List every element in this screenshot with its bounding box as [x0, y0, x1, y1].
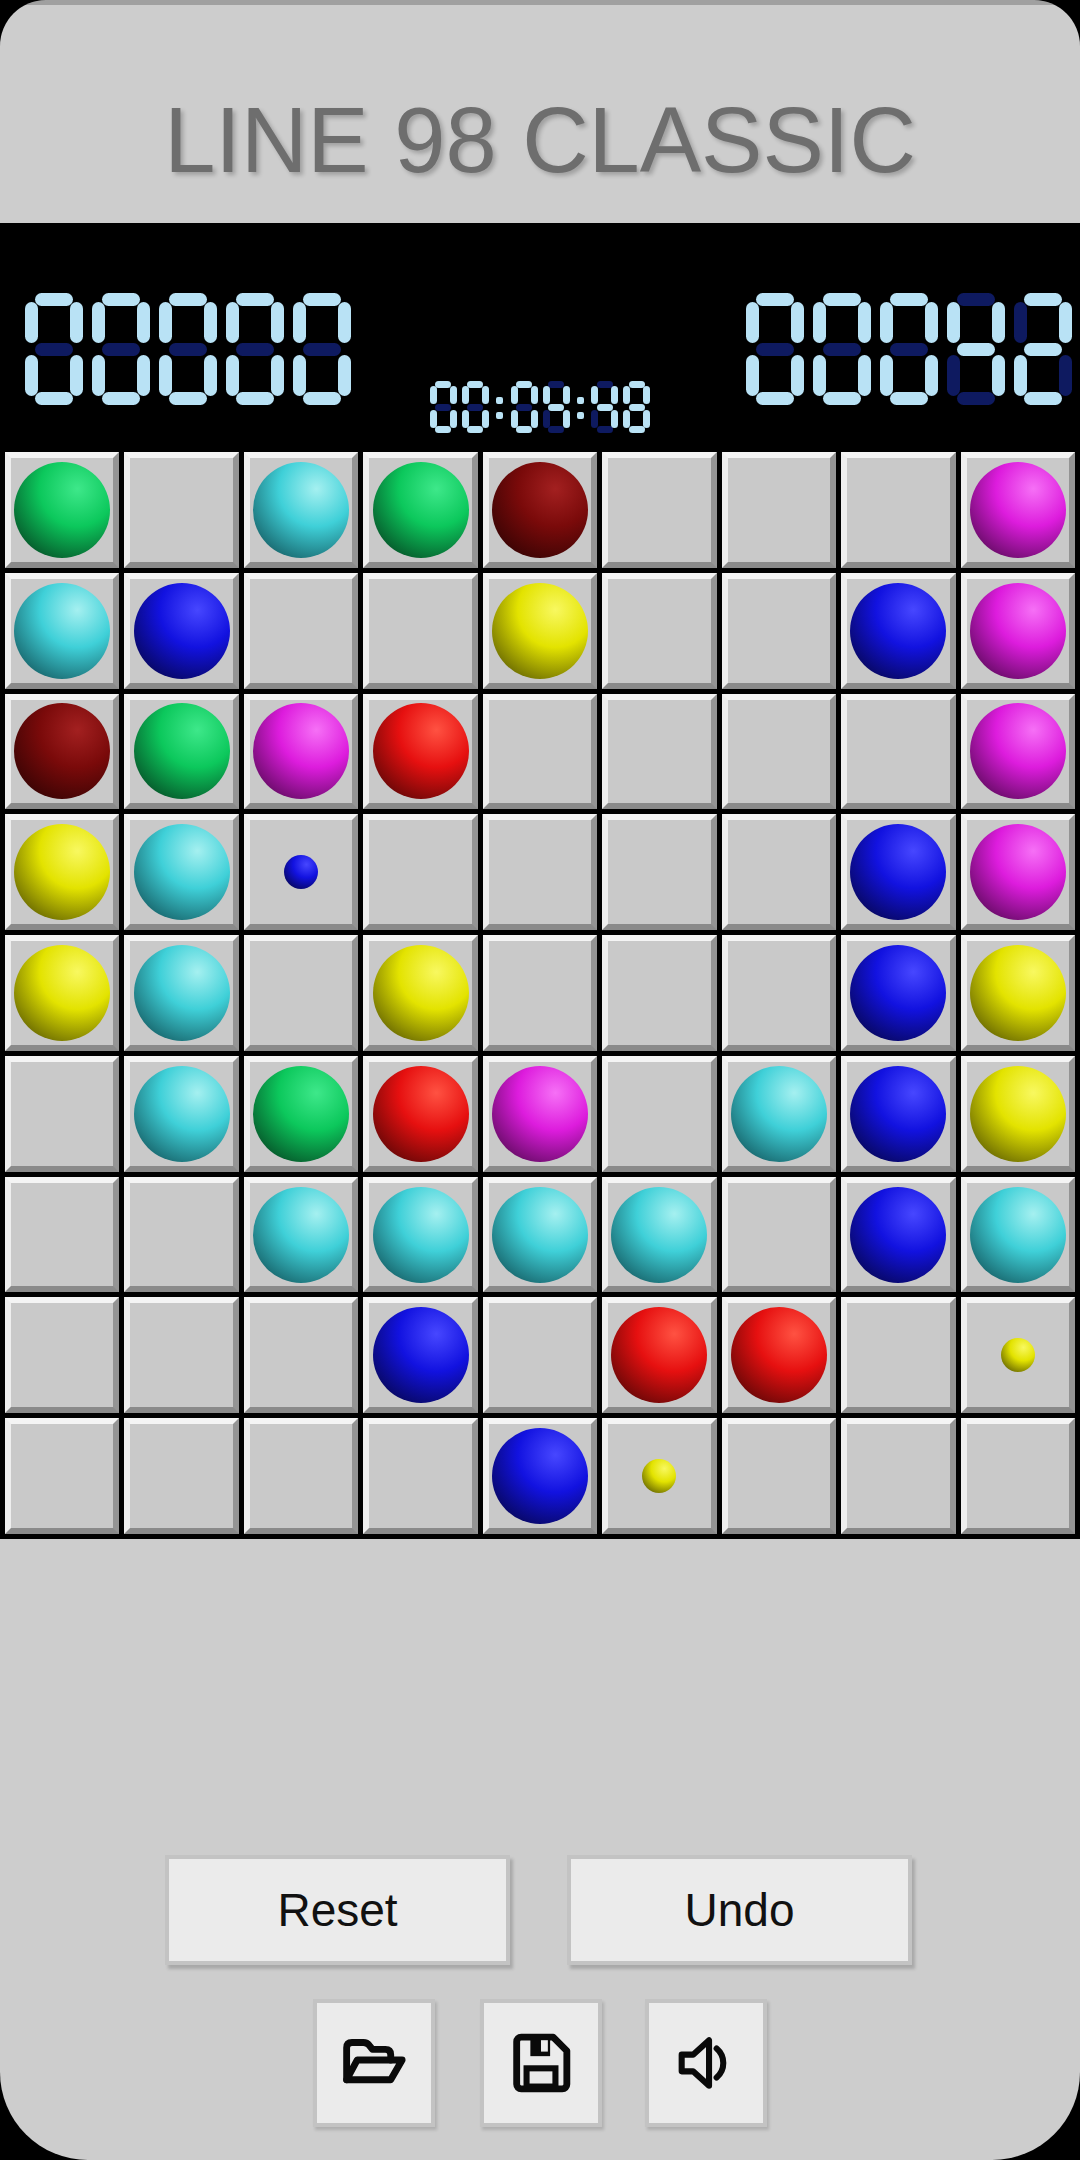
board-cell-r9c5[interactable] — [483, 1418, 597, 1534]
ball-red[interactable] — [373, 1066, 469, 1162]
board-cell-r7c6[interactable] — [602, 1177, 716, 1293]
board-cell-r4c6[interactable] — [602, 814, 716, 930]
segment — [597, 426, 614, 433]
board-cell-r5c4[interactable] — [363, 935, 477, 1051]
segment — [548, 404, 565, 411]
segment — [462, 410, 469, 428]
speaker-icon — [668, 2025, 744, 2101]
segment-colon — [494, 381, 506, 433]
segment — [204, 302, 217, 343]
segment — [435, 381, 452, 388]
segment — [271, 302, 284, 343]
segment — [531, 410, 538, 428]
ball-cyan[interactable] — [253, 462, 349, 558]
board-cell-r5c9[interactable] — [961, 935, 1075, 1051]
ball-magenta[interactable] — [970, 703, 1066, 799]
board-cell-r2c5[interactable] — [483, 573, 597, 689]
seven-seg-digit — [462, 381, 489, 433]
segment — [102, 343, 141, 356]
board-cell-r3c8[interactable] — [841, 694, 955, 810]
segment — [890, 293, 929, 306]
segment — [756, 343, 795, 356]
board-cell-r7c1[interactable] — [5, 1177, 119, 1293]
segment — [25, 302, 38, 343]
board-cell-r7c5[interactable] — [483, 1177, 597, 1293]
ball-cyan[interactable] — [253, 1187, 349, 1283]
segment — [591, 410, 598, 428]
segment — [823, 343, 862, 356]
board-cell-r6c2[interactable] — [124, 1056, 238, 1172]
colon-dot — [577, 397, 584, 404]
ball-yellow[interactable] — [14, 945, 110, 1041]
segment — [467, 404, 484, 411]
seven-seg-digit — [623, 381, 650, 433]
board-cell-r9c2[interactable] — [124, 1418, 238, 1534]
segment — [563, 410, 570, 428]
segment — [435, 404, 452, 411]
ball-yellow[interactable] — [970, 945, 1066, 1041]
segment — [338, 302, 351, 343]
segment — [925, 302, 938, 343]
board-cell-r7c7[interactable] — [722, 1177, 836, 1293]
board-cell-r8c8[interactable] — [841, 1297, 955, 1413]
board-cell-r1c5[interactable] — [483, 452, 597, 568]
app-title: LINE 98 CLASSIC — [0, 88, 1080, 193]
board-cell-r6c7[interactable] — [722, 1056, 836, 1172]
ball-cyan[interactable] — [611, 1187, 707, 1283]
segment — [137, 302, 150, 343]
ball-magenta[interactable] — [492, 1066, 588, 1162]
segment — [823, 293, 862, 306]
board-cell-r6c9[interactable] — [961, 1056, 1075, 1172]
board-cell-r2c9[interactable] — [961, 573, 1075, 689]
board-cell-r6c3[interactable] — [244, 1056, 358, 1172]
ball-blue[interactable] — [492, 1428, 588, 1524]
board-cell-r9c4[interactable] — [363, 1418, 477, 1534]
segment — [516, 381, 533, 388]
segment — [35, 293, 74, 306]
segment — [813, 302, 826, 343]
board-cell-r4c2[interactable] — [124, 814, 238, 930]
segment — [92, 302, 105, 343]
ball-magenta[interactable] — [253, 703, 349, 799]
segment — [435, 426, 452, 433]
ball-yellow[interactable] — [492, 583, 588, 679]
board-cell-r7c9[interactable] — [961, 1177, 1075, 1293]
segment — [611, 410, 618, 428]
board-cell-r8c3[interactable] — [244, 1297, 358, 1413]
ball-blue[interactable] — [850, 945, 946, 1041]
board-cell-r9c1[interactable] — [5, 1418, 119, 1534]
board-cell-r4c5[interactable] — [483, 814, 597, 930]
segment — [957, 293, 996, 306]
segment — [756, 293, 795, 306]
segment — [1024, 293, 1063, 306]
ball-cyan[interactable] — [731, 1066, 827, 1162]
segment — [563, 386, 570, 404]
segment — [303, 293, 342, 306]
segment — [102, 293, 141, 306]
ball-magenta[interactable] — [970, 583, 1066, 679]
board-cell-r6c4[interactable] — [363, 1056, 477, 1172]
segment — [159, 302, 172, 343]
segment — [597, 404, 614, 411]
ball-darkred[interactable] — [14, 703, 110, 799]
open-game-button[interactable] — [313, 1999, 435, 2127]
segment — [531, 386, 538, 404]
board-cell-r4c3[interactable] — [244, 814, 358, 930]
board-cell-r3c3[interactable] — [244, 694, 358, 810]
reset-button[interactable]: Reset — [165, 1855, 510, 1965]
segment — [236, 343, 275, 356]
board-cell-r5c5[interactable] — [483, 935, 597, 1051]
board-cell-r7c2[interactable] — [124, 1177, 238, 1293]
scoreboard — [0, 223, 1080, 447]
board-cell-r9c9[interactable] — [961, 1418, 1075, 1534]
board-cell-r3c7[interactable] — [722, 694, 836, 810]
ball-green[interactable] — [253, 1066, 349, 1162]
board-cell-r5c6[interactable] — [602, 935, 716, 1051]
board-cell-r5c1[interactable] — [5, 935, 119, 1051]
board-cell-r4c7[interactable] — [722, 814, 836, 930]
board-cell-r5c3[interactable] — [244, 935, 358, 1051]
segment — [548, 381, 565, 388]
segment — [623, 386, 630, 404]
seven-seg-digit — [511, 381, 538, 433]
segment — [1014, 302, 1027, 343]
ball-darkred[interactable] — [492, 462, 588, 558]
sound-button[interactable] — [645, 1999, 767, 2127]
board-cell-r1c4[interactable] — [363, 452, 477, 568]
segment — [992, 302, 1005, 343]
ball-yellow[interactable] — [14, 824, 110, 920]
segment — [591, 386, 598, 404]
board-cell-r8c7[interactable] — [722, 1297, 836, 1413]
board-cell-r2c1[interactable] — [5, 573, 119, 689]
ball-blue[interactable] — [373, 1307, 469, 1403]
incoming-ball-yellow — [1001, 1338, 1035, 1372]
board-cell-r8c5[interactable] — [483, 1297, 597, 1413]
board-cell-r2c4[interactable] — [363, 573, 477, 689]
ball-green[interactable] — [373, 462, 469, 558]
ball-blue[interactable] — [850, 1187, 946, 1283]
segment — [430, 386, 437, 404]
ball-red[interactable] — [373, 703, 469, 799]
segment — [746, 302, 759, 343]
board-cell-r9c6[interactable] — [602, 1418, 716, 1534]
ball-cyan[interactable] — [134, 824, 230, 920]
board-cell-r9c8[interactable] — [841, 1418, 955, 1534]
segment — [70, 302, 83, 343]
board-cell-r4c8[interactable] — [841, 814, 955, 930]
segment — [880, 302, 893, 343]
board-cell-r1c8[interactable] — [841, 452, 955, 568]
board-cell-r6c1[interactable] — [5, 1056, 119, 1172]
board-cell-r8c9[interactable] — [961, 1297, 1075, 1413]
segment — [430, 410, 437, 428]
segment — [293, 302, 306, 343]
seven-seg-digit — [543, 381, 570, 433]
board-cell-r9c7[interactable] — [722, 1418, 836, 1534]
ball-green[interactable] — [14, 462, 110, 558]
segment — [548, 426, 565, 433]
segment — [543, 386, 550, 404]
ball-blue[interactable] — [850, 583, 946, 679]
board-cell-r1c6[interactable] — [602, 452, 716, 568]
ball-yellow[interactable] — [970, 1066, 1066, 1162]
segment — [482, 386, 489, 404]
board-cell-r3c9[interactable] — [961, 694, 1075, 810]
segment — [511, 386, 518, 404]
board-cell-r8c2[interactable] — [124, 1297, 238, 1413]
colon-dot — [577, 412, 584, 419]
board-cell-r5c2[interactable] — [124, 935, 238, 1051]
board-cell-r3c1[interactable] — [5, 694, 119, 810]
ball-blue[interactable] — [850, 824, 946, 920]
ball-cyan[interactable] — [492, 1187, 588, 1283]
segment — [643, 386, 650, 404]
board-cell-r7c3[interactable] — [244, 1177, 358, 1293]
segment — [1059, 302, 1072, 343]
colon-dot — [496, 412, 503, 419]
segment — [516, 404, 533, 411]
segment — [858, 302, 871, 343]
board-cell-r9c3[interactable] — [244, 1418, 358, 1534]
board-cell-r3c6[interactable] — [602, 694, 716, 810]
segment — [629, 404, 646, 411]
segment — [236, 293, 275, 306]
board-cell-r6c8[interactable] — [841, 1056, 955, 1172]
ball-red[interactable] — [731, 1307, 827, 1403]
board-cell-r7c8[interactable] — [841, 1177, 955, 1293]
colon-dot — [496, 397, 503, 404]
board-cell-r4c9[interactable] — [961, 814, 1075, 930]
board-cell-r2c3[interactable] — [244, 573, 358, 689]
segment — [643, 410, 650, 428]
segment — [169, 343, 208, 356]
board-cell-r8c1[interactable] — [5, 1297, 119, 1413]
segment — [450, 410, 457, 428]
segment-colon — [575, 381, 587, 433]
board-cell-r2c7[interactable] — [722, 573, 836, 689]
ball-cyan[interactable] — [970, 1187, 1066, 1283]
seven-seg-digit — [591, 381, 618, 433]
ball-magenta[interactable] — [970, 462, 1066, 558]
ball-blue[interactable] — [134, 583, 230, 679]
board-cell-r1c1[interactable] — [5, 452, 119, 568]
board-cell-r8c4[interactable] — [363, 1297, 477, 1413]
ball-cyan[interactable] — [14, 583, 110, 679]
board-cell-r4c1[interactable] — [5, 814, 119, 930]
segment — [169, 293, 208, 306]
board-cell-r5c7[interactable] — [722, 935, 836, 1051]
incoming-ball-blue — [284, 855, 318, 889]
segment — [947, 302, 960, 343]
ball-cyan[interactable] — [134, 945, 230, 1041]
segment — [35, 343, 74, 356]
save-floppy-icon — [503, 2025, 579, 2101]
segment — [462, 386, 469, 404]
segment — [450, 386, 457, 404]
board-cell-r4c4[interactable] — [363, 814, 477, 930]
ball-cyan[interactable] — [373, 1187, 469, 1283]
board-cell-r8c6[interactable] — [602, 1297, 716, 1413]
segment — [957, 343, 996, 356]
undo-button[interactable]: Undo — [567, 1855, 912, 1965]
segment — [623, 410, 630, 428]
segment — [890, 343, 929, 356]
board-cell-r1c9[interactable] — [961, 452, 1075, 568]
segment — [611, 386, 618, 404]
ball-blue[interactable] — [850, 1066, 946, 1162]
board-cell-r6c5[interactable] — [483, 1056, 597, 1172]
board-cell-r1c3[interactable] — [244, 452, 358, 568]
segment — [516, 426, 533, 433]
segment — [511, 410, 518, 428]
ball-green[interactable] — [134, 703, 230, 799]
game-board — [0, 447, 1080, 1539]
open-folder-icon — [336, 2025, 412, 2101]
segment — [467, 381, 484, 388]
save-game-button[interactable] — [480, 1999, 602, 2127]
board-cell-r2c6[interactable] — [602, 573, 716, 689]
timer-display — [0, 381, 1080, 433]
ball-yellow[interactable] — [373, 945, 469, 1041]
seven-seg-digit — [430, 381, 457, 433]
segment — [303, 343, 342, 356]
board-cell-r3c2[interactable] — [124, 694, 238, 810]
board-cell-r1c7[interactable] — [722, 452, 836, 568]
ball-red[interactable] — [611, 1307, 707, 1403]
board-cell-r6c6[interactable] — [602, 1056, 716, 1172]
segment — [543, 410, 550, 428]
segment — [791, 302, 804, 343]
segment — [226, 302, 239, 343]
board-cell-r5c8[interactable] — [841, 935, 955, 1051]
ball-magenta[interactable] — [970, 824, 1066, 920]
segment — [1024, 343, 1063, 356]
board-cell-r7c4[interactable] — [363, 1177, 477, 1293]
incoming-ball-yellow — [642, 1459, 676, 1493]
board-cell-r2c8[interactable] — [841, 573, 955, 689]
segment — [482, 410, 489, 428]
board-cell-r3c4[interactable] — [363, 694, 477, 810]
board-cell-r1c2[interactable] — [124, 452, 238, 568]
board-cell-r2c2[interactable] — [124, 573, 238, 689]
board-cell-r3c5[interactable] — [483, 694, 597, 810]
segment — [467, 426, 484, 433]
ball-cyan[interactable] — [134, 1066, 230, 1162]
segment — [629, 426, 646, 433]
app-screen: LINE 98 CLASSIC Reset Undo — [0, 0, 1080, 2160]
